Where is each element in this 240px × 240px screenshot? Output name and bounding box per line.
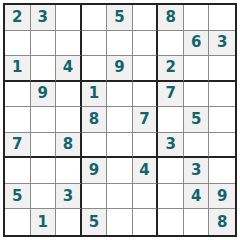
sudoku-cell-r8c3[interactable]: 3: [56, 184, 82, 210]
sudoku-cell-r4c3[interactable]: [56, 82, 82, 108]
sudoku-cell-r2c1[interactable]: [5, 31, 31, 57]
sudoku-cell-r7c4[interactable]: 9: [82, 158, 108, 184]
sudoku-cell-r6c1[interactable]: 7: [5, 133, 31, 159]
sudoku-cell-r5c7[interactable]: [158, 107, 184, 133]
sudoku-cell-r1c4[interactable]: [82, 5, 108, 31]
sudoku-cell-r9c7[interactable]: [158, 209, 184, 235]
sudoku-cell-r8c8[interactable]: 4: [184, 184, 210, 210]
sudoku-cell-r7c2[interactable]: [31, 158, 57, 184]
sudoku-cell-r3c9[interactable]: [209, 56, 235, 82]
sudoku-cell-r4c2[interactable]: 9: [31, 82, 57, 108]
sudoku-cell-r8c2[interactable]: [31, 184, 57, 210]
sudoku-cell-r3c3[interactable]: 4: [56, 56, 82, 82]
sudoku-cell-r2c6[interactable]: [133, 31, 159, 57]
sudoku-cell-r4c9[interactable]: [209, 82, 235, 108]
sudoku-cell-r8c7[interactable]: [158, 184, 184, 210]
sudoku-cell-r5c9[interactable]: [209, 107, 235, 133]
sudoku-cell-r6c5[interactable]: [107, 133, 133, 159]
sudoku-cell-r1c8[interactable]: [184, 5, 210, 31]
sudoku-cell-r2c3[interactable]: [56, 31, 82, 57]
sudoku-cell-r8c9[interactable]: 9: [209, 184, 235, 210]
sudoku-cell-r5c2[interactable]: [31, 107, 57, 133]
sudoku-cell-r5c3[interactable]: [56, 107, 82, 133]
sudoku-cell-r2c4[interactable]: [82, 31, 108, 57]
sudoku-cell-r8c1[interactable]: 5: [5, 184, 31, 210]
sudoku-cell-r1c2[interactable]: 3: [31, 5, 57, 31]
sudoku-cell-r9c2[interactable]: 1: [31, 209, 57, 235]
sudoku-cell-r4c8[interactable]: [184, 82, 210, 108]
sudoku-cell-r5c5[interactable]: [107, 107, 133, 133]
sudoku-cell-r1c5[interactable]: 5: [107, 5, 133, 31]
sudoku-cell-r1c6[interactable]: [133, 5, 159, 31]
sudoku-cell-r6c2[interactable]: [31, 133, 57, 159]
sudoku-cell-r1c1[interactable]: 2: [5, 5, 31, 31]
sudoku-cell-r1c7[interactable]: 8: [158, 5, 184, 31]
sudoku-cell-r8c6[interactable]: [133, 184, 159, 210]
sudoku-cell-r7c6[interactable]: 4: [133, 158, 159, 184]
sudoku-cell-r3c1[interactable]: 1: [5, 56, 31, 82]
sudoku-cell-r6c7[interactable]: 3: [158, 133, 184, 159]
sudoku-cell-r9c3[interactable]: [56, 209, 82, 235]
sudoku-cell-r7c7[interactable]: [158, 158, 184, 184]
sudoku-cell-r3c5[interactable]: 9: [107, 56, 133, 82]
sudoku-cell-r1c3[interactable]: [56, 5, 82, 31]
sudoku-cell-r3c7[interactable]: 2: [158, 56, 184, 82]
sudoku-cell-r6c9[interactable]: [209, 133, 235, 159]
sudoku-cell-r4c7[interactable]: 7: [158, 82, 184, 108]
sudoku-cell-r3c4[interactable]: [82, 56, 108, 82]
sudoku-cell-r9c9[interactable]: 8: [209, 209, 235, 235]
sudoku-cell-r8c4[interactable]: [82, 184, 108, 210]
sudoku-cell-r1c9[interactable]: [209, 5, 235, 31]
sudoku-cell-r6c3[interactable]: 8: [56, 133, 82, 159]
sudoku-cell-r2c8[interactable]: 6: [184, 31, 210, 57]
sudoku-cell-r4c6[interactable]: [133, 82, 159, 108]
sudoku-cell-r3c2[interactable]: [31, 56, 57, 82]
sudoku-cell-r9c1[interactable]: [5, 209, 31, 235]
sudoku-cell-r5c6[interactable]: 7: [133, 107, 159, 133]
sudoku-cell-r2c2[interactable]: [31, 31, 57, 57]
sudoku-cell-r6c4[interactable]: [82, 133, 108, 159]
sudoku-cell-r4c4[interactable]: 1: [82, 82, 108, 108]
sudoku-cell-r9c4[interactable]: 5: [82, 209, 108, 235]
sudoku-cell-r2c5[interactable]: [107, 31, 133, 57]
sudoku-cell-r5c4[interactable]: 8: [82, 107, 108, 133]
sudoku-cell-r4c5[interactable]: [107, 82, 133, 108]
sudoku-cell-r2c9[interactable]: 3: [209, 31, 235, 57]
sudoku-cell-r9c6[interactable]: [133, 209, 159, 235]
sudoku-cell-r7c9[interactable]: [209, 158, 235, 184]
sudoku-cell-r6c6[interactable]: [133, 133, 159, 159]
sudoku-cell-r7c5[interactable]: [107, 158, 133, 184]
sudoku-board: 23586314929178757839435349158: [3, 3, 237, 237]
sudoku-cell-r6c8[interactable]: [184, 133, 210, 159]
sudoku-cell-r7c8[interactable]: 3: [184, 158, 210, 184]
sudoku-cell-r9c5[interactable]: [107, 209, 133, 235]
sudoku-cell-r7c1[interactable]: [5, 158, 31, 184]
sudoku-cell-r3c6[interactable]: [133, 56, 159, 82]
sudoku-cell-r9c8[interactable]: [184, 209, 210, 235]
sudoku-cell-r3c8[interactable]: [184, 56, 210, 82]
sudoku-cell-r5c8[interactable]: 5: [184, 107, 210, 133]
sudoku-cell-r7c3[interactable]: [56, 158, 82, 184]
sudoku-cell-r8c5[interactable]: [107, 184, 133, 210]
sudoku-cell-r4c1[interactable]: [5, 82, 31, 108]
sudoku-cell-r5c1[interactable]: [5, 107, 31, 133]
sudoku-page: 23586314929178757839435349158: [0, 0, 240, 240]
sudoku-cell-r2c7[interactable]: [158, 31, 184, 57]
